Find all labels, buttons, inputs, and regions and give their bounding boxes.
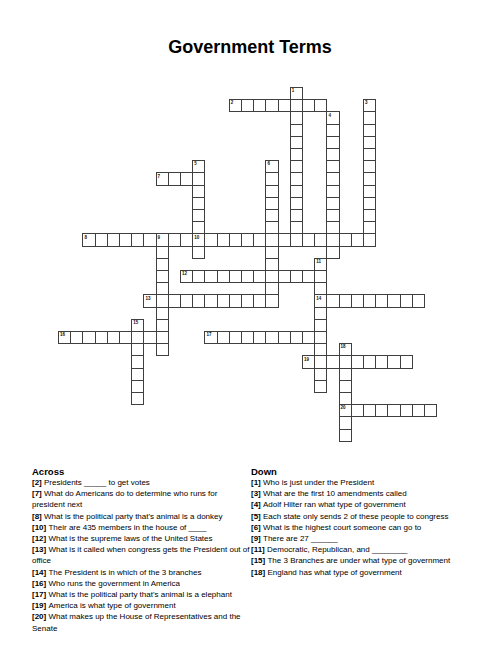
grid-cell[interactable] bbox=[375, 294, 388, 307]
grid-cell[interactable] bbox=[253, 233, 266, 246]
grid-cell[interactable] bbox=[265, 172, 278, 185]
grid-cell[interactable] bbox=[229, 294, 242, 307]
grid-cell[interactable] bbox=[314, 368, 327, 381]
clue-number-label: 9 bbox=[158, 235, 161, 240]
clue-number-label: 20 bbox=[341, 405, 346, 410]
grid-cell[interactable] bbox=[265, 246, 278, 259]
grid-cell[interactable] bbox=[314, 343, 327, 356]
grid-cell[interactable]: 3 bbox=[363, 99, 376, 112]
grid-cell[interactable] bbox=[424, 404, 437, 417]
grid-cell[interactable] bbox=[290, 172, 303, 185]
clue-item-text: There are 27 ______ bbox=[263, 534, 338, 543]
grid-cell[interactable]: 4 bbox=[326, 111, 339, 124]
clue-number-label: 7 bbox=[158, 174, 161, 179]
clue-item: [18] England has what type of government bbox=[251, 567, 479, 578]
clue-item-number: [1] bbox=[251, 478, 263, 487]
grid-cell[interactable] bbox=[363, 233, 376, 246]
clue-item: [17] What is the political party that's … bbox=[32, 589, 250, 600]
grid-cell[interactable] bbox=[253, 99, 266, 112]
grid-cell[interactable] bbox=[290, 233, 303, 246]
grid-cell[interactable] bbox=[156, 282, 169, 295]
clue-item: [6] What is the highest court someone ca… bbox=[251, 522, 479, 533]
grid-cell[interactable] bbox=[168, 294, 181, 307]
clue-item-text: What do Americans do to determine who ru… bbox=[32, 489, 217, 509]
grid-cell[interactable] bbox=[326, 172, 339, 185]
grid-cell[interactable]: 11 bbox=[314, 258, 327, 271]
clue-item-number: [16] bbox=[32, 579, 48, 588]
grid-cell[interactable] bbox=[339, 416, 352, 429]
down-clue-list: [1] Who is just under the President[3] W… bbox=[251, 477, 479, 578]
clue-item-number: [20] bbox=[32, 612, 48, 621]
grid-cell[interactable] bbox=[278, 99, 291, 112]
clue-item: [3] What are the first 10 amendments cal… bbox=[251, 488, 479, 499]
clue-item: [20] What makes up the House of Represen… bbox=[32, 611, 250, 633]
clue-item-text: What is the supreme laws of the United S… bbox=[48, 534, 212, 543]
grid-cell[interactable] bbox=[290, 99, 303, 112]
grid-cell[interactable] bbox=[290, 124, 303, 137]
grid-cell[interactable] bbox=[156, 258, 169, 271]
clue-number-label: 18 bbox=[341, 344, 346, 349]
grid-cell[interactable]: 13 bbox=[143, 294, 156, 307]
grid-cell[interactable] bbox=[131, 368, 144, 381]
grid-cell[interactable] bbox=[290, 136, 303, 149]
grid-cell[interactable] bbox=[265, 258, 278, 271]
grid-cell[interactable] bbox=[351, 294, 364, 307]
clue-item: [12] What is the supreme laws of the Uni… bbox=[32, 533, 250, 544]
grid-cell[interactable] bbox=[156, 294, 169, 307]
clue-item-text: Democratic, Republican, and ________ bbox=[267, 545, 408, 554]
clue-item-text: Adolf Hilter ran what type of government bbox=[263, 500, 406, 509]
grid-cell[interactable] bbox=[387, 294, 400, 307]
grid-cell[interactable] bbox=[339, 380, 352, 393]
grid-cell[interactable] bbox=[412, 294, 425, 307]
grid-cell[interactable] bbox=[204, 233, 217, 246]
clue-number-label: 2 bbox=[231, 100, 234, 105]
grid-cell[interactable] bbox=[363, 185, 376, 198]
clue-number-label: 10 bbox=[194, 235, 199, 240]
grid-cell[interactable] bbox=[375, 404, 388, 417]
grid-cell[interactable] bbox=[363, 136, 376, 149]
grid-cell[interactable] bbox=[265, 221, 278, 234]
grid-cell[interactable] bbox=[314, 355, 327, 368]
across-clue-list: [2] Presidents _____ to get votes[7] Wha… bbox=[32, 477, 250, 634]
grid-cell[interactable] bbox=[339, 355, 352, 368]
clue-item: [8] What is the political party that's a… bbox=[32, 511, 250, 522]
grid-cell[interactable] bbox=[131, 233, 144, 246]
grid-cell[interactable] bbox=[363, 197, 376, 210]
grid-cell[interactable] bbox=[290, 111, 303, 124]
down-heading: Down bbox=[251, 466, 479, 477]
grid-cell[interactable] bbox=[253, 331, 266, 344]
clue-item-number: [12] bbox=[32, 534, 48, 543]
clue-item: [16] Who runs the government in America bbox=[32, 578, 250, 589]
grid-cell[interactable] bbox=[204, 294, 217, 307]
clue-item-number: [5] bbox=[251, 512, 263, 521]
grid-cell[interactable] bbox=[412, 404, 425, 417]
grid-cell[interactable] bbox=[339, 294, 352, 307]
grid-cell[interactable] bbox=[314, 233, 327, 246]
grid-cell[interactable] bbox=[326, 294, 339, 307]
grid-cell[interactable]: 7 bbox=[156, 172, 169, 185]
grid-cell[interactable] bbox=[192, 246, 205, 259]
clue-number-label: 13 bbox=[145, 296, 150, 301]
grid-cell[interactable] bbox=[265, 99, 278, 112]
grid-cell[interactable]: 17 bbox=[204, 331, 217, 344]
clue-item-number: [7] bbox=[32, 489, 44, 498]
puzzle-title: Government Terms bbox=[0, 37, 500, 58]
grid-cell[interactable] bbox=[265, 233, 278, 246]
grid-cell[interactable] bbox=[363, 221, 376, 234]
grid-cell[interactable] bbox=[387, 355, 400, 368]
clue-item-number: [18] bbox=[251, 568, 267, 577]
grid-cell[interactable] bbox=[192, 185, 205, 198]
grid-cell[interactable] bbox=[107, 331, 120, 344]
clue-number-label: 17 bbox=[206, 332, 211, 337]
grid-cell[interactable] bbox=[131, 355, 144, 368]
grid-cell[interactable] bbox=[107, 233, 120, 246]
grid-cell[interactable]: 5 bbox=[192, 160, 205, 173]
grid-cell[interactable] bbox=[400, 404, 413, 417]
grid-cell[interactable] bbox=[192, 172, 205, 185]
clue-item: [1] Who is just under the President bbox=[251, 477, 479, 488]
clue-item-number: [19] bbox=[32, 601, 48, 610]
grid-cell[interactable] bbox=[229, 331, 242, 344]
clue-item: [10] Their are 435 members in the house … bbox=[32, 522, 250, 533]
grid-cell[interactable] bbox=[351, 355, 364, 368]
clue-number-label: 3 bbox=[365, 100, 368, 105]
grid-cell[interactable] bbox=[314, 380, 327, 393]
grid-cell[interactable]: 15 bbox=[131, 319, 144, 332]
clue-item-text: What are the first 10 amendments called bbox=[263, 489, 407, 498]
clue-item-number: [8] bbox=[32, 512, 44, 521]
grid-cell[interactable] bbox=[326, 355, 339, 368]
grid-cell[interactable] bbox=[290, 331, 303, 344]
clue-item-text: Presidents _____ to get votes bbox=[44, 478, 150, 487]
grid-cell[interactable] bbox=[143, 331, 156, 344]
grid-cell[interactable] bbox=[339, 429, 352, 442]
grid-cell[interactable] bbox=[375, 355, 388, 368]
across-heading: Across bbox=[32, 466, 250, 477]
grid-cell[interactable] bbox=[351, 233, 364, 246]
clue-number-label: 19 bbox=[304, 357, 309, 362]
clue-number-label: 15 bbox=[133, 320, 138, 325]
clue-item-text: Who runs the government in America bbox=[48, 579, 180, 588]
clue-number-label: 6 bbox=[267, 161, 270, 166]
clue-item-number: [2] bbox=[32, 478, 44, 487]
clue-item-text: The President is in which of the 3 branc… bbox=[48, 568, 201, 577]
grid-cell[interactable]: 14 bbox=[314, 294, 327, 307]
grid-cell[interactable]: 6 bbox=[265, 160, 278, 173]
clue-item: [4] Adolf Hilter ran what type of govern… bbox=[251, 499, 479, 510]
grid-cell[interactable] bbox=[290, 197, 303, 210]
grid-cell[interactable] bbox=[265, 282, 278, 295]
grid-cell[interactable] bbox=[326, 185, 339, 198]
clue-item: [5] Each state only sends 2 of these peo… bbox=[251, 511, 479, 522]
grid-cell[interactable] bbox=[168, 172, 181, 185]
grid-cell[interactable] bbox=[326, 136, 339, 149]
grid-cell[interactable]: 8 bbox=[82, 233, 95, 246]
grid-cell[interactable] bbox=[192, 270, 205, 283]
grid-cell[interactable] bbox=[192, 294, 205, 307]
grid-cell[interactable] bbox=[314, 99, 327, 112]
clue-item: [19] America is what type of government bbox=[32, 600, 250, 611]
clue-item: [15] The 3 Branches are under what type … bbox=[251, 555, 479, 566]
grid-cell[interactable] bbox=[95, 233, 108, 246]
grid-cell[interactable] bbox=[400, 294, 413, 307]
grid-cell[interactable] bbox=[339, 368, 352, 381]
clue-item: [9] There are 27 ______ bbox=[251, 533, 479, 544]
clue-item-number: [9] bbox=[251, 534, 263, 543]
grid-cell[interactable] bbox=[143, 233, 156, 246]
grid-cell[interactable] bbox=[387, 404, 400, 417]
clue-item-number: [13] bbox=[32, 545, 48, 554]
grid-cell[interactable] bbox=[278, 233, 291, 246]
grid-cell[interactable] bbox=[326, 246, 339, 259]
grid-cell[interactable] bbox=[131, 392, 144, 405]
grid-cell[interactable] bbox=[265, 197, 278, 210]
grid-cell[interactable] bbox=[363, 160, 376, 173]
grid-cell[interactable] bbox=[326, 197, 339, 210]
grid-cell[interactable] bbox=[326, 124, 339, 137]
grid-cell[interactable] bbox=[156, 343, 169, 356]
clue-number-label: 11 bbox=[316, 259, 321, 264]
clue-item-text: What makes up the House of Representativ… bbox=[32, 612, 241, 632]
grid-cell[interactable] bbox=[253, 294, 266, 307]
grid-cell[interactable] bbox=[265, 294, 278, 307]
clue-item-text: The 3 Branches are under what type of go… bbox=[267, 556, 450, 565]
clue-number-label: 5 bbox=[194, 161, 197, 166]
grid-cell[interactable] bbox=[192, 221, 205, 234]
grid-cell[interactable] bbox=[363, 172, 376, 185]
grid-cell[interactable] bbox=[204, 270, 217, 283]
clue-number-label: 4 bbox=[328, 113, 331, 118]
clue-item-text: Who is just under the President bbox=[263, 478, 374, 487]
grid-cell[interactable] bbox=[314, 307, 327, 320]
down-clues-section: Down [1] Who is just under the President… bbox=[251, 466, 479, 578]
grid-cell[interactable]: 9 bbox=[156, 233, 169, 246]
clue-number-label: 14 bbox=[316, 296, 321, 301]
grid-cell[interactable] bbox=[253, 270, 266, 283]
grid-cell[interactable] bbox=[351, 404, 364, 417]
grid-cell[interactable]: 2 bbox=[229, 99, 242, 112]
grid-cell[interactable] bbox=[131, 380, 144, 393]
grid-cell[interactable] bbox=[82, 331, 95, 344]
clue-item-number: [17] bbox=[32, 590, 48, 599]
clue-item-text: Each state only sends 2 of these people … bbox=[263, 512, 448, 521]
grid-cell[interactable] bbox=[326, 221, 339, 234]
grid-cell[interactable] bbox=[314, 282, 327, 295]
grid-cell[interactable] bbox=[314, 319, 327, 332]
grid-cell[interactable] bbox=[326, 160, 339, 173]
clue-item-text: What is it called when congress gets the… bbox=[32, 545, 249, 565]
grid-cell[interactable] bbox=[95, 331, 108, 344]
grid-cell[interactable] bbox=[168, 233, 181, 246]
clue-item: [7] What do Americans do to determine wh… bbox=[32, 488, 250, 510]
grid-cell[interactable] bbox=[217, 294, 230, 307]
clue-item-number: [15] bbox=[251, 556, 267, 565]
clue-number-label: 1 bbox=[292, 88, 295, 93]
clue-number-label: 8 bbox=[84, 235, 87, 240]
clue-item-number: [3] bbox=[251, 489, 263, 498]
grid-cell[interactable] bbox=[131, 343, 144, 356]
grid-cell[interactable] bbox=[278, 270, 291, 283]
clue-item-text: America is what type of government bbox=[48, 601, 175, 610]
grid-cell[interactable] bbox=[265, 331, 278, 344]
clue-item-number: [14] bbox=[32, 568, 48, 577]
clue-item-text: What is the political party that's anima… bbox=[44, 512, 223, 521]
clue-item: [2] Presidents _____ to get votes bbox=[32, 477, 250, 488]
clue-item: [11] Democratic, Republican, and _______… bbox=[251, 544, 479, 555]
grid-cell[interactable] bbox=[192, 197, 205, 210]
grid-cell[interactable] bbox=[290, 160, 303, 173]
clue-item-text: England has what type of government bbox=[267, 568, 401, 577]
grid-cell[interactable] bbox=[265, 185, 278, 198]
clue-item-number: [6] bbox=[251, 523, 263, 532]
grid-cell[interactable] bbox=[156, 307, 169, 320]
grid-cell[interactable] bbox=[156, 246, 169, 259]
grid-cell[interactable] bbox=[278, 331, 291, 344]
clue-item-text: Their are 435 members in the house of __… bbox=[48, 523, 206, 532]
grid-cell[interactable] bbox=[363, 111, 376, 124]
grid-cell[interactable] bbox=[400, 355, 413, 368]
clue-item-number: [11] bbox=[251, 545, 267, 554]
grid-cell[interactable] bbox=[217, 270, 230, 283]
crossword-worksheet: Government Terms 12345678910111213141516… bbox=[0, 0, 500, 647]
grid-cell[interactable] bbox=[70, 331, 83, 344]
clue-item-text: What is the highest court someone can go… bbox=[263, 523, 421, 532]
clue-item-number: [10] bbox=[32, 523, 48, 532]
crossword-grid[interactable]: 1234567891011121314151617181920 bbox=[58, 87, 438, 443]
grid-cell[interactable] bbox=[363, 124, 376, 137]
grid-cell[interactable] bbox=[339, 233, 352, 246]
grid-cell[interactable]: 20 bbox=[339, 404, 352, 417]
grid-cell[interactable] bbox=[290, 221, 303, 234]
grid-cell[interactable]: 10 bbox=[192, 233, 205, 246]
grid-cell[interactable] bbox=[229, 270, 242, 283]
grid-cell[interactable] bbox=[229, 233, 242, 246]
grid-cell[interactable] bbox=[156, 319, 169, 332]
grid-cell[interactable] bbox=[217, 233, 230, 246]
clue-item: [14] The President is in which of the 3 … bbox=[32, 567, 250, 578]
grid-cell[interactable] bbox=[290, 185, 303, 198]
clue-item-number: [4] bbox=[251, 500, 263, 509]
across-clues-section: Across [2] Presidents _____ to get votes… bbox=[32, 466, 250, 634]
grid-cell[interactable] bbox=[217, 331, 230, 344]
clue-number-label: 12 bbox=[182, 271, 187, 276]
grid-cell[interactable] bbox=[290, 270, 303, 283]
grid-cell[interactable]: 18 bbox=[339, 343, 352, 356]
grid-cell[interactable] bbox=[326, 233, 339, 246]
clue-item-text: What is the political party that's anima… bbox=[48, 590, 231, 599]
clue-number-label: 16 bbox=[60, 332, 65, 337]
clue-item: [13] What is it called when congress get… bbox=[32, 544, 250, 566]
